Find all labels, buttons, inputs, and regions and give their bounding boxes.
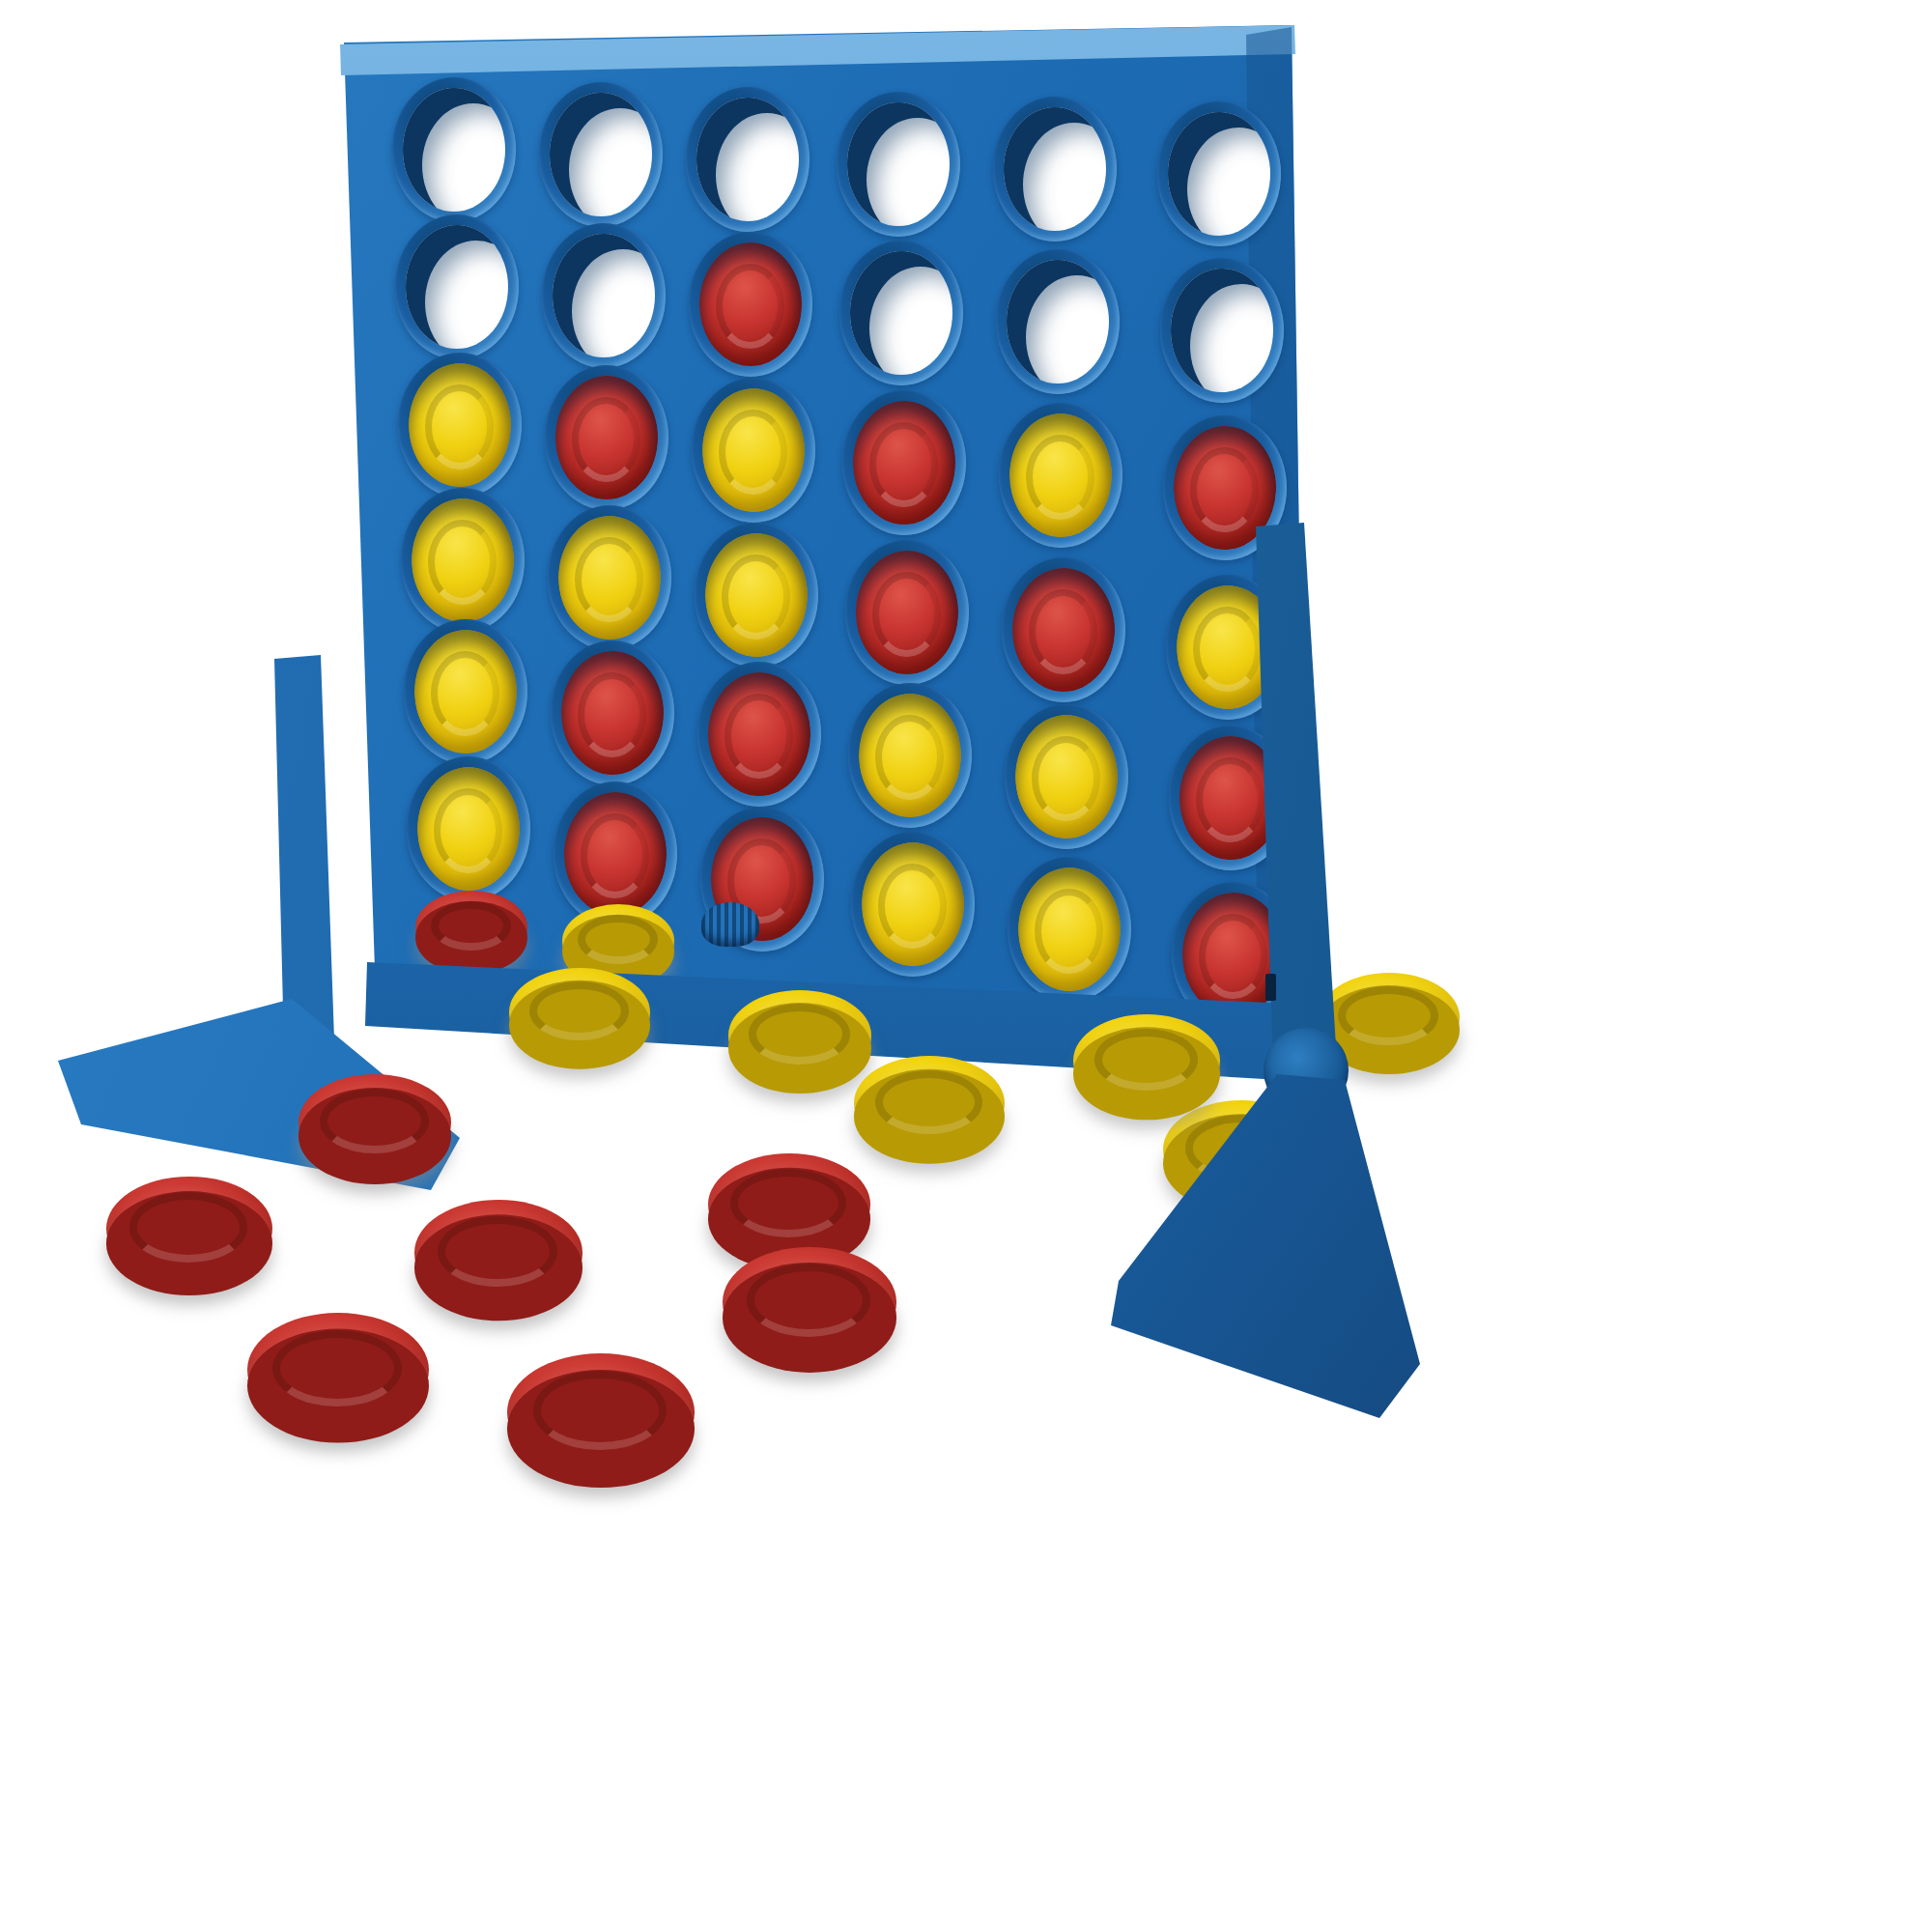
cell-r4c2[interactable]: [558, 516, 661, 639]
red-disc-table-2[interactable]: [106, 1177, 271, 1281]
red-disc-r5c3: [708, 672, 810, 796]
red-disc-table-6[interactable]: [247, 1313, 429, 1427]
cell-r2c3[interactable]: [699, 242, 802, 366]
release-slider-knob[interactable]: [701, 902, 759, 947]
connect-four-scene: [0, 0, 1932, 1932]
cell-r4c1[interactable]: [412, 498, 514, 622]
red-disc-r2c3: [699, 242, 802, 366]
yellow-disc-r5c5: [1015, 715, 1118, 838]
red-disc-r3c2: [555, 376, 658, 499]
yellow-disc-r5c4: [859, 694, 961, 817]
cell-r1c3[interactable]: [696, 98, 799, 221]
yellow-disc-r6c1: [417, 767, 520, 891]
yellow-disc-r4c2: [558, 516, 661, 639]
cell-r2c2[interactable]: [553, 234, 655, 357]
yellow-disc-r3c3: [702, 388, 805, 512]
red-disc-tray-col1[interactable]: [415, 891, 527, 964]
yellow-disc-r4c1: [412, 498, 514, 622]
cell-r5c5[interactable]: [1015, 715, 1118, 838]
red-disc-r4c4: [856, 551, 958, 674]
cell-r1c5[interactable]: [1004, 107, 1106, 231]
red-disc-r6c2: [564, 792, 667, 916]
red-disc-table-7[interactable]: [507, 1353, 694, 1471]
cell-r6c4[interactable]: [862, 842, 964, 966]
right-leg-slot: [1265, 974, 1276, 1001]
red-disc-r3c4: [853, 401, 955, 525]
yellow-disc-r6c5: [1018, 867, 1121, 991]
red-disc-r5c2: [561, 651, 664, 775]
cell-r3c2[interactable]: [555, 376, 658, 499]
cell-r6c2[interactable]: [564, 792, 667, 916]
red-disc-table-5[interactable]: [723, 1247, 896, 1356]
cell-r4c5[interactable]: [1012, 568, 1115, 692]
red-disc-table-1[interactable]: [298, 1074, 452, 1171]
yellow-disc-r3c1: [409, 363, 511, 487]
yellow-disc-table-3[interactable]: [854, 1056, 1005, 1151]
yellow-disc-r5c1: [414, 630, 517, 753]
cell-r1c2[interactable]: [550, 93, 652, 216]
yellow-disc-table-4[interactable]: [1073, 1014, 1219, 1106]
cell-r5c3[interactable]: [708, 672, 810, 796]
yellow-disc-r4c3: [705, 533, 808, 657]
cell-r1c4[interactable]: [847, 102, 950, 226]
cell-r5c1[interactable]: [414, 630, 517, 753]
red-disc-r4c5: [1012, 568, 1115, 692]
yellow-disc-r3c5: [1009, 413, 1112, 537]
cell-r2c1[interactable]: [406, 225, 508, 349]
yellow-disc-r6c4: [862, 842, 964, 966]
cell-r6c5[interactable]: [1018, 867, 1121, 991]
cell-r4c3[interactable]: [705, 533, 808, 657]
cell-r5c2[interactable]: [561, 651, 664, 775]
cell-r1c1[interactable]: [403, 88, 505, 212]
cell-r6c1[interactable]: [417, 767, 520, 891]
red-disc-table-3[interactable]: [414, 1200, 582, 1306]
cell-r4c4[interactable]: [856, 551, 958, 674]
cell-r3c4[interactable]: [853, 401, 955, 525]
cell-r3c5[interactable]: [1009, 413, 1112, 537]
cell-r2c5[interactable]: [1007, 260, 1109, 384]
cell-r3c3[interactable]: [702, 388, 805, 512]
cell-r2c4[interactable]: [850, 251, 952, 375]
cell-r1c6[interactable]: [1168, 112, 1270, 236]
red-disc-table-4[interactable]: [708, 1153, 870, 1256]
cell-r5c4[interactable]: [859, 694, 961, 817]
cell-r3c1[interactable]: [409, 363, 511, 487]
cell-r2c6[interactable]: [1171, 269, 1273, 392]
yellow-disc-table-1[interactable]: [509, 968, 650, 1057]
yellow-disc-tray-col2[interactable]: [562, 904, 674, 978]
yellow-disc-table-2[interactable]: [728, 990, 871, 1080]
